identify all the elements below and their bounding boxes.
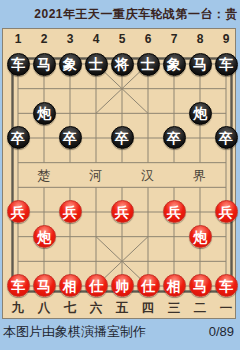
file-numbers-top: 123456789 (5, 30, 239, 48)
status-bar: 本图片由象棋演播室制作 0/89 (0, 319, 240, 350)
piece-black-将[interactable]: 将 (111, 53, 134, 76)
file-label-bottom-6: 四 (135, 299, 161, 317)
file-label-top-2: 2 (31, 30, 57, 48)
file-label-bottom-1: 九 (5, 299, 31, 317)
file-label-top-5: 5 (109, 30, 135, 48)
piece-black-炮[interactable]: 炮 (33, 102, 56, 125)
piece-black-卒[interactable]: 卒 (163, 126, 186, 149)
piece-red-炮[interactable]: 炮 (33, 225, 56, 248)
credit-text: 本图片由象棋演播室制作 (3, 323, 146, 341)
file-label-bottom-2: 八 (31, 299, 57, 317)
piece-red-仕[interactable]: 仕 (137, 274, 160, 297)
piece-black-象[interactable]: 象 (59, 53, 82, 76)
pieces-layer: 车马象士将士象马车炮炮卒卒卒卒卒兵兵兵兵兵炮炮车马相仕帅仕相马车 (5, 52, 239, 299)
page-title: 2021年王天一重庆车轮战第一台：贵 (34, 6, 238, 23)
piece-black-马[interactable]: 马 (33, 53, 56, 76)
piece-black-车[interactable]: 车 (7, 53, 30, 76)
piece-red-马[interactable]: 马 (189, 274, 212, 297)
piece-black-卒[interactable]: 卒 (7, 126, 30, 149)
file-label-bottom-3: 七 (57, 299, 83, 317)
piece-red-车[interactable]: 车 (215, 274, 238, 297)
file-label-top-1: 1 (5, 30, 31, 48)
file-label-top-8: 8 (187, 30, 213, 48)
xiangqi-viewer-window: 2021年王天一重庆车轮战第一台：贵 (0, 0, 240, 350)
file-label-top-7: 7 (161, 30, 187, 48)
file-label-top-3: 3 (57, 30, 83, 48)
piece-black-卒[interactable]: 卒 (111, 126, 134, 149)
piece-red-相[interactable]: 相 (163, 274, 186, 297)
piece-red-兵[interactable]: 兵 (111, 200, 134, 223)
piece-black-炮[interactable]: 炮 (189, 102, 212, 125)
piece-black-卒[interactable]: 卒 (215, 126, 238, 149)
piece-red-兵[interactable]: 兵 (163, 200, 186, 223)
piece-red-相[interactable]: 相 (59, 274, 82, 297)
piece-black-士[interactable]: 士 (137, 53, 160, 76)
file-label-top-9: 9 (213, 30, 239, 48)
piece-black-马[interactable]: 马 (189, 53, 212, 76)
file-label-top-6: 6 (135, 30, 161, 48)
title-bar: 2021年王天一重庆车轮战第一台：贵 (0, 0, 240, 28)
piece-black-卒[interactable]: 卒 (59, 126, 82, 149)
move-counter: 0/89 (209, 324, 234, 339)
file-label-bottom-7: 三 (161, 299, 187, 317)
piece-red-车[interactable]: 车 (7, 274, 30, 297)
file-label-bottom-5: 五 (109, 299, 135, 317)
piece-red-帅[interactable]: 帅 (111, 274, 134, 297)
piece-red-炮[interactable]: 炮 (189, 225, 212, 248)
file-label-bottom-8: 二 (187, 299, 213, 317)
piece-black-象[interactable]: 象 (163, 53, 186, 76)
xiangqi-board[interactable]: 123456789 楚河汉界 车马象士将士象马车炮炮卒卒卒卒卒兵兵兵兵兵炮炮车马… (2, 28, 236, 319)
piece-red-马[interactable]: 马 (33, 274, 56, 297)
piece-red-兵[interactable]: 兵 (59, 200, 82, 223)
file-label-bottom-9: 一 (213, 299, 239, 317)
piece-black-车[interactable]: 车 (215, 53, 238, 76)
piece-red-兵[interactable]: 兵 (215, 200, 238, 223)
file-label-bottom-4: 六 (83, 299, 109, 317)
piece-black-士[interactable]: 士 (85, 53, 108, 76)
file-label-top-4: 4 (83, 30, 109, 48)
file-numbers-bottom: 九八七六五四三二一 (5, 299, 239, 317)
piece-red-兵[interactable]: 兵 (7, 200, 30, 223)
piece-red-仕[interactable]: 仕 (85, 274, 108, 297)
